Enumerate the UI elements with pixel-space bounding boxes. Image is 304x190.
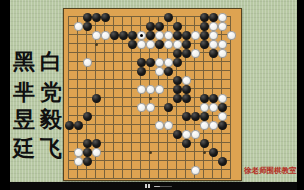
white-stone [218, 40, 227, 49]
black-stone [164, 103, 173, 112]
black-player-char: 芈 [11, 81, 37, 105]
black-stone [146, 58, 155, 67]
black-stone [137, 58, 146, 67]
white-stone [92, 148, 101, 157]
black-stone [209, 13, 218, 22]
last-move-marker [140, 34, 143, 37]
white-stone [155, 31, 164, 40]
black-stone [173, 31, 182, 40]
white-stone [218, 13, 227, 22]
black-stone [182, 85, 191, 94]
white-player-char: 白 [38, 50, 64, 74]
video-frame: 黑芈昱廷 白党毅飞 徐老师围棋教室 [0, 0, 304, 190]
white-stone [209, 31, 218, 40]
white-stone [137, 103, 146, 112]
watermark-text: 徐老师围棋教室 [244, 166, 297, 176]
white-stone [164, 121, 173, 130]
black-player-char: 昱 [11, 108, 37, 132]
white-stone [137, 31, 146, 40]
black-player-char: 黑 [11, 50, 37, 74]
white-stone [191, 166, 200, 175]
black-stone [218, 121, 227, 130]
black-stone [83, 139, 92, 148]
black-stone [83, 148, 92, 157]
black-stone [173, 94, 182, 103]
black-stone [83, 13, 92, 22]
white-stone [191, 31, 200, 40]
white-stone [74, 157, 83, 166]
black-stone [209, 49, 218, 58]
black-stone [173, 58, 182, 67]
white-stone [137, 85, 146, 94]
white-stone [137, 40, 146, 49]
black-stone [173, 22, 182, 31]
black-stone [200, 94, 209, 103]
white-stone [83, 58, 92, 67]
video-control-bar[interactable] [0, 182, 304, 190]
white-stone [155, 58, 164, 67]
black-stone [74, 121, 83, 130]
white-stone [101, 31, 110, 40]
progress-fill [154, 186, 160, 188]
black-player-char: 廷 [11, 137, 37, 161]
black-stone [182, 94, 191, 103]
black-stone [146, 31, 155, 40]
white-player-char: 飞 [38, 137, 64, 161]
white-stone [155, 85, 164, 94]
black-stone [92, 139, 101, 148]
white-stone [200, 103, 209, 112]
black-stone [209, 94, 218, 103]
white-stone [182, 76, 191, 85]
black-stone [173, 130, 182, 139]
black-stone [200, 40, 209, 49]
black-stone [182, 112, 191, 121]
black-stone [200, 22, 209, 31]
white-stone [209, 22, 218, 31]
black-stone [65, 121, 74, 130]
black-stone [173, 76, 182, 85]
white-stone [173, 40, 182, 49]
white-stone [191, 130, 200, 139]
black-stone [155, 22, 164, 31]
black-stone [146, 22, 155, 31]
white-stone [218, 112, 227, 121]
go-board [63, 8, 242, 181]
black-stone [209, 148, 218, 157]
star-point [203, 151, 206, 154]
white-player-char: 党 [38, 81, 64, 105]
white-stone [155, 121, 164, 130]
white-stone [182, 130, 191, 139]
progress-bar[interactable] [154, 186, 172, 188]
star-point [149, 151, 152, 154]
white-stone [218, 49, 227, 58]
black-stone [200, 139, 209, 148]
white-stone [164, 40, 173, 49]
black-stone [137, 67, 146, 76]
white-stone [74, 22, 83, 31]
black-stone [218, 157, 227, 166]
black-stone [119, 31, 128, 40]
white-player-char: 毅 [38, 108, 64, 132]
black-stone [155, 40, 164, 49]
black-stone [128, 40, 137, 49]
black-stone [173, 49, 182, 58]
black-stone [182, 40, 191, 49]
black-stone [83, 157, 92, 166]
black-stone [173, 85, 182, 94]
left-letterbox-bar [0, 0, 10, 190]
white-stone [164, 58, 173, 67]
black-stone [83, 22, 92, 31]
black-stone [200, 13, 209, 22]
black-stone [182, 31, 191, 40]
black-stone [200, 112, 209, 121]
white-stone [209, 40, 218, 49]
white-stone [218, 22, 227, 31]
black-stone [182, 139, 191, 148]
black-stone [128, 31, 137, 40]
star-point [95, 43, 98, 46]
white-stone [74, 148, 83, 157]
black-stone [92, 13, 101, 22]
pause-icon[interactable] [145, 184, 150, 188]
white-stone [218, 94, 227, 103]
right-letterbox-bar [297, 0, 304, 190]
black-stone [164, 13, 173, 22]
black-stone [92, 94, 101, 103]
white-stone [155, 67, 164, 76]
black-stone [110, 31, 119, 40]
black-stone [164, 67, 173, 76]
white-stone [146, 40, 155, 49]
white-stone [227, 31, 236, 40]
white-stone [200, 121, 209, 130]
black-stone [83, 112, 92, 121]
black-stone [218, 103, 227, 112]
white-stone [146, 103, 155, 112]
black-stone [191, 112, 200, 121]
white-stone [209, 103, 218, 112]
black-stone [182, 49, 191, 58]
white-stone [146, 85, 155, 94]
white-stone [209, 121, 218, 130]
black-stone [200, 31, 209, 40]
white-stone [164, 31, 173, 40]
black-stone [101, 13, 110, 22]
white-stone [191, 49, 200, 58]
star-point [149, 97, 152, 100]
white-stone [92, 31, 101, 40]
